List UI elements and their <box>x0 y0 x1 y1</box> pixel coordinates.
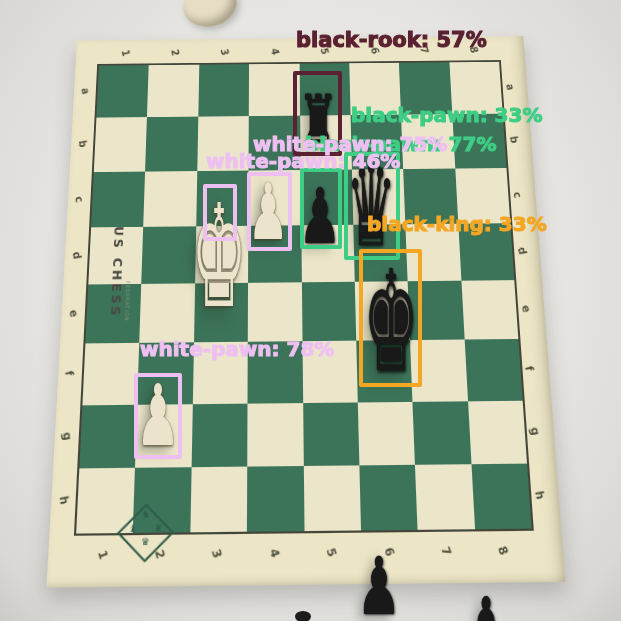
board-square-a4 <box>249 64 300 117</box>
board-square-d3 <box>195 226 249 284</box>
board-square-b6 <box>350 115 403 169</box>
board-square-d5 <box>301 225 355 283</box>
chess-board-grid <box>76 62 531 534</box>
coord-left-a: a <box>80 87 91 95</box>
board-square-f2 <box>138 343 194 405</box>
board-square-c3 <box>196 170 249 226</box>
coord-bottom-5: 5 <box>325 546 339 558</box>
board-square-c1 <box>91 171 145 227</box>
coord-left-b: b <box>77 140 88 149</box>
board-square-f5 <box>302 341 358 403</box>
coord-left-h: h <box>58 495 71 506</box>
board-square-a7 <box>399 62 452 115</box>
coord-right-h: h <box>533 490 546 501</box>
board-square-e2 <box>140 283 195 343</box>
coord-bottom-4: 4 <box>267 547 281 559</box>
board-square-c8 <box>455 168 510 224</box>
board-square-e3 <box>194 283 248 343</box>
board-square-h3 <box>190 466 247 532</box>
board-square-a1 <box>96 65 149 118</box>
board-square-d2 <box>142 226 196 284</box>
black-piece-bottom-right: ♟ <box>462 591 510 621</box>
offboard-white-piece-top <box>179 0 242 32</box>
board-square-g2 <box>135 404 192 468</box>
coord-left-c: c <box>73 195 84 203</box>
board-square-d6 <box>353 224 408 282</box>
board-square-g4 <box>247 403 303 467</box>
coord-bottom-6: 6 <box>382 546 396 558</box>
board-square-g3 <box>191 403 247 467</box>
coord-right-c: c <box>511 191 523 199</box>
board-square-h4 <box>247 466 304 532</box>
board-square-e5 <box>301 282 356 342</box>
coord-right-g: g <box>529 426 542 436</box>
coord-top-5: 5 <box>319 47 331 55</box>
board-square-a5 <box>299 63 350 116</box>
board-square-b7 <box>401 114 455 168</box>
board-square-b2 <box>145 117 198 171</box>
board-square-b4 <box>249 116 301 170</box>
board-square-d8 <box>458 223 514 281</box>
coord-left-f: f <box>63 370 75 377</box>
board-square-b3 <box>197 116 249 170</box>
coord-bottom-8: 8 <box>496 545 510 557</box>
coord-top-6: 6 <box>369 47 381 55</box>
board-square-e4 <box>248 282 302 342</box>
coord-bottom-3: 3 <box>210 548 224 560</box>
coord-top-2: 2 <box>169 48 180 56</box>
board-coordinates: 1234567812345678abcdefghabcdefgh <box>77 36 523 40</box>
board-square-g8 <box>468 400 527 464</box>
board-square-f3 <box>193 342 248 404</box>
board-square-c6 <box>352 169 406 225</box>
offboard-black-piece-tip <box>295 611 311 621</box>
board-square-f4 <box>248 341 303 403</box>
coord-right-d: d <box>516 246 528 255</box>
board-square-c2 <box>144 171 198 227</box>
board-square-e8 <box>461 280 518 340</box>
logo-piece-glyph: ♛ <box>136 537 155 556</box>
coord-top-3: 3 <box>219 48 230 56</box>
coord-right-f: f <box>523 365 535 372</box>
photo-stage: 1234567812345678abcdefghabcdefgh US CHES… <box>0 0 621 621</box>
board-square-d7 <box>406 223 461 281</box>
board-square-f7 <box>410 340 467 402</box>
board-square-h5 <box>303 465 361 531</box>
board-square-f6 <box>356 340 413 402</box>
board-square-d4 <box>248 225 301 283</box>
coord-top-7: 7 <box>418 46 430 54</box>
coord-left-g: g <box>61 431 73 441</box>
board-square-h7 <box>415 464 474 530</box>
board-square-h6 <box>359 465 418 531</box>
board-square-e6 <box>355 281 411 341</box>
coord-left-d: d <box>71 251 83 260</box>
coord-top-1: 1 <box>120 49 131 57</box>
board-square-a2 <box>147 65 199 118</box>
coord-right-e: e <box>520 304 533 313</box>
board-square-f1 <box>82 343 139 405</box>
board-square-a3 <box>198 64 249 117</box>
board-square-g6 <box>358 401 416 465</box>
coord-bottom-7: 7 <box>439 545 453 557</box>
board-square-g7 <box>413 401 471 465</box>
board-square-c7 <box>403 168 458 224</box>
board-square-c4 <box>248 170 300 226</box>
coord-right-b: b <box>508 136 520 145</box>
board-square-a8 <box>449 62 503 115</box>
board-square-b8 <box>452 114 506 168</box>
board-square-e7 <box>408 281 464 341</box>
board-square-g5 <box>303 402 360 466</box>
vinyl-board-sheet: 1234567812345678abcdefghabcdefgh US CHES… <box>46 36 565 587</box>
coord-top-8: 8 <box>468 46 480 54</box>
board-square-c5 <box>300 169 353 225</box>
coord-right-a: a <box>504 83 516 91</box>
coord-left-e: e <box>68 309 80 318</box>
board-square-g1 <box>79 404 137 468</box>
board-square-f8 <box>464 339 522 401</box>
board-square-b1 <box>94 117 147 171</box>
coord-top-4: 4 <box>269 47 281 55</box>
board-square-a6 <box>349 63 401 116</box>
board-square-b5 <box>300 115 352 169</box>
coord-bottom-1: 1 <box>96 549 110 561</box>
board-square-h8 <box>471 463 531 529</box>
